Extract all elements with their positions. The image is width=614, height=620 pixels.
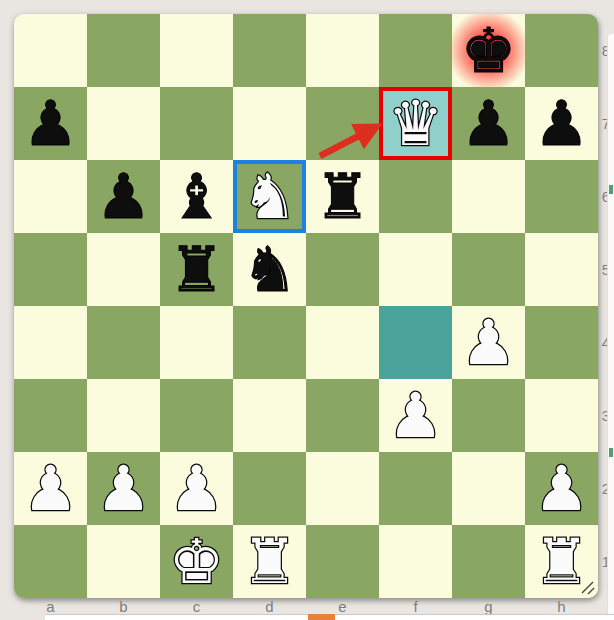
square-c6[interactable]: ♝: [160, 160, 233, 233]
piece-black-knight-d5[interactable]: ♞: [233, 233, 306, 306]
board-grid: ♚♟♛♟♟♟♝♞♜♜♞♟♟♟♟♟♟♚♜♜: [14, 14, 598, 598]
page: ♚♟♛♟♟♟♝♞♜♜♞♟♟♟♟♟♟♚♜♜ abcdefgh 87654321: [0, 0, 614, 620]
square-c8[interactable]: [160, 14, 233, 87]
square-a5[interactable]: [14, 233, 87, 306]
square-a3[interactable]: [14, 379, 87, 452]
square-h2[interactable]: ♟: [525, 452, 598, 525]
square-c5[interactable]: ♜: [160, 233, 233, 306]
square-c7[interactable]: [160, 87, 233, 160]
piece-black-pawn-g7[interactable]: ♟: [452, 87, 525, 160]
square-b8[interactable]: [87, 14, 160, 87]
square-f2[interactable]: [379, 452, 452, 525]
square-b2[interactable]: ♟: [87, 452, 160, 525]
square-h8[interactable]: [525, 14, 598, 87]
square-d7[interactable]: [233, 87, 306, 160]
piece-black-pawn-h7[interactable]: ♟: [525, 87, 598, 160]
square-a2[interactable]: ♟: [14, 452, 87, 525]
square-f4[interactable]: [379, 306, 452, 379]
square-d8[interactable]: [233, 14, 306, 87]
piece-white-knight-d6[interactable]: ♞: [233, 160, 306, 233]
chess-board: ♚♟♛♟♟♟♝♞♜♜♞♟♟♟♟♟♟♚♜♜: [14, 14, 598, 598]
square-g6[interactable]: [452, 160, 525, 233]
square-e4[interactable]: [306, 306, 379, 379]
square-h6[interactable]: [525, 160, 598, 233]
square-f8[interactable]: [379, 14, 452, 87]
square-c4[interactable]: [160, 306, 233, 379]
piece-white-pawn-b2[interactable]: ♟: [87, 452, 160, 525]
square-e3[interactable]: [306, 379, 379, 452]
square-b1[interactable]: [87, 525, 160, 598]
square-e6[interactable]: ♜: [306, 160, 379, 233]
side-panel-tick: [609, 185, 613, 194]
square-g8[interactable]: ♚: [452, 14, 525, 87]
square-a6[interactable]: [14, 160, 87, 233]
piece-black-pawn-a7[interactable]: ♟: [14, 87, 87, 160]
piece-white-rook-d1[interactable]: ♜: [233, 525, 306, 598]
square-e7[interactable]: [306, 87, 379, 160]
square-d4[interactable]: [233, 306, 306, 379]
square-d1[interactable]: ♜: [233, 525, 306, 598]
piece-white-pawn-g4[interactable]: ♟: [452, 306, 525, 379]
square-a8[interactable]: [14, 14, 87, 87]
piece-white-queen-f7[interactable]: ♛: [379, 87, 452, 160]
square-d3[interactable]: [233, 379, 306, 452]
side-panel-tick: [609, 448, 613, 457]
square-f7[interactable]: ♛: [379, 87, 452, 160]
square-b4[interactable]: [87, 306, 160, 379]
square-e1[interactable]: [306, 525, 379, 598]
resize-handle-icon[interactable]: [580, 580, 595, 595]
square-b6[interactable]: ♟: [87, 160, 160, 233]
square-f1[interactable]: [379, 525, 452, 598]
piece-white-king-c1[interactable]: ♚: [160, 525, 233, 598]
side-panel-edge: [607, 34, 614, 620]
square-e5[interactable]: [306, 233, 379, 306]
square-d2[interactable]: [233, 452, 306, 525]
square-e2[interactable]: [306, 452, 379, 525]
piece-black-pawn-b6[interactable]: ♟: [87, 160, 160, 233]
piece-white-pawn-h2[interactable]: ♟: [525, 452, 598, 525]
square-f6[interactable]: [379, 160, 452, 233]
square-b7[interactable]: [87, 87, 160, 160]
square-g5[interactable]: [452, 233, 525, 306]
square-c2[interactable]: ♟: [160, 452, 233, 525]
square-a4[interactable]: [14, 306, 87, 379]
square-b5[interactable]: [87, 233, 160, 306]
square-c3[interactable]: [160, 379, 233, 452]
piece-black-rook-c5[interactable]: ♜: [160, 233, 233, 306]
progress-indicator: [308, 614, 335, 620]
square-f5[interactable]: [379, 233, 452, 306]
piece-black-rook-e6[interactable]: ♜: [306, 160, 379, 233]
square-f3[interactable]: ♟: [379, 379, 452, 452]
square-h7[interactable]: ♟: [525, 87, 598, 160]
square-g1[interactable]: [452, 525, 525, 598]
piece-white-pawn-a2[interactable]: ♟: [14, 452, 87, 525]
piece-black-king-g8[interactable]: ♚: [452, 14, 525, 87]
square-d6[interactable]: ♞: [233, 160, 306, 233]
square-b3[interactable]: [87, 379, 160, 452]
square-g4[interactable]: ♟: [452, 306, 525, 379]
piece-white-pawn-c2[interactable]: ♟: [160, 452, 233, 525]
square-a1[interactable]: [14, 525, 87, 598]
square-c1[interactable]: ♚: [160, 525, 233, 598]
square-a7[interactable]: ♟: [14, 87, 87, 160]
square-d5[interactable]: ♞: [233, 233, 306, 306]
square-h3[interactable]: [525, 379, 598, 452]
square-h5[interactable]: [525, 233, 598, 306]
piece-white-pawn-f3[interactable]: ♟: [379, 379, 452, 452]
square-e8[interactable]: [306, 14, 379, 87]
square-g2[interactable]: [452, 452, 525, 525]
square-h4[interactable]: [525, 306, 598, 379]
piece-black-bishop-c6[interactable]: ♝: [160, 160, 233, 233]
square-g7[interactable]: ♟: [452, 87, 525, 160]
square-g3[interactable]: [452, 379, 525, 452]
